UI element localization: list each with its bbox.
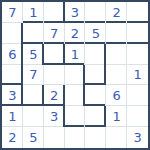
cell-r2c2[interactable]	[23, 23, 44, 44]
cell-r7c7[interactable]: 3	[127, 127, 148, 148]
cell-r4c3[interactable]	[44, 65, 65, 86]
puzzle-stage: 713272565171326131253	[0, 0, 150, 150]
cell-r6c5[interactable]	[85, 106, 106, 127]
cell-r1c6[interactable]: 2	[106, 2, 127, 23]
cell-r1c7[interactable]	[127, 2, 148, 23]
cell-r3c3[interactable]	[44, 44, 65, 65]
cell-r7c4[interactable]	[65, 127, 86, 148]
cell-r5c2[interactable]	[23, 85, 44, 106]
cell-r7c1[interactable]: 2	[2, 127, 23, 148]
cell-r4c1[interactable]	[2, 65, 23, 86]
cell-r2c4[interactable]: 2	[65, 23, 86, 44]
cell-r4c6[interactable]	[106, 65, 127, 86]
cell-r2c6[interactable]	[106, 23, 127, 44]
cell-r5c6[interactable]: 6	[106, 85, 127, 106]
cell-r3c5[interactable]	[85, 44, 106, 65]
cell-r1c1[interactable]: 7	[2, 2, 23, 23]
cell-r4c4[interactable]	[65, 65, 86, 86]
cell-r3c2[interactable]: 5	[23, 44, 44, 65]
cell-r3c7[interactable]	[127, 44, 148, 65]
cell-r1c4[interactable]: 3	[65, 2, 86, 23]
cell-r2c3[interactable]: 7	[44, 23, 65, 44]
cell-r1c2[interactable]: 1	[23, 2, 44, 23]
cell-r7c2[interactable]: 5	[23, 127, 44, 148]
cell-r7c5[interactable]	[85, 127, 106, 148]
cell-r5c3[interactable]: 2	[44, 85, 65, 106]
cell-r2c5[interactable]: 5	[85, 23, 106, 44]
cell-r1c5[interactable]	[85, 2, 106, 23]
cell-r5c5[interactable]	[85, 85, 106, 106]
board: 713272565171326131253	[0, 0, 150, 150]
cell-r4c2[interactable]: 7	[23, 65, 44, 86]
cell-r6c6[interactable]: 1	[106, 106, 127, 127]
cell-r3c6[interactable]	[106, 44, 127, 65]
cell-r7c3[interactable]	[44, 127, 65, 148]
cell-r4c7[interactable]: 1	[127, 65, 148, 86]
cell-r6c1[interactable]: 1	[2, 106, 23, 127]
cell-r6c2[interactable]	[23, 106, 44, 127]
cell-r1c3[interactable]	[44, 2, 65, 23]
cell-r6c7[interactable]	[127, 106, 148, 127]
cell-r5c7[interactable]	[127, 85, 148, 106]
cell-r4c5[interactable]	[85, 65, 106, 86]
cell-r3c4[interactable]: 1	[65, 44, 86, 65]
cell-r2c7[interactable]	[127, 23, 148, 44]
cell-r6c4[interactable]	[65, 106, 86, 127]
cell-r6c3[interactable]: 3	[44, 106, 65, 127]
cell-r5c4[interactable]	[65, 85, 86, 106]
cell-r5c1[interactable]: 3	[2, 85, 23, 106]
cell-r7c6[interactable]	[106, 127, 127, 148]
cell-r3c1[interactable]: 6	[2, 44, 23, 65]
cell-r2c1[interactable]	[2, 23, 23, 44]
